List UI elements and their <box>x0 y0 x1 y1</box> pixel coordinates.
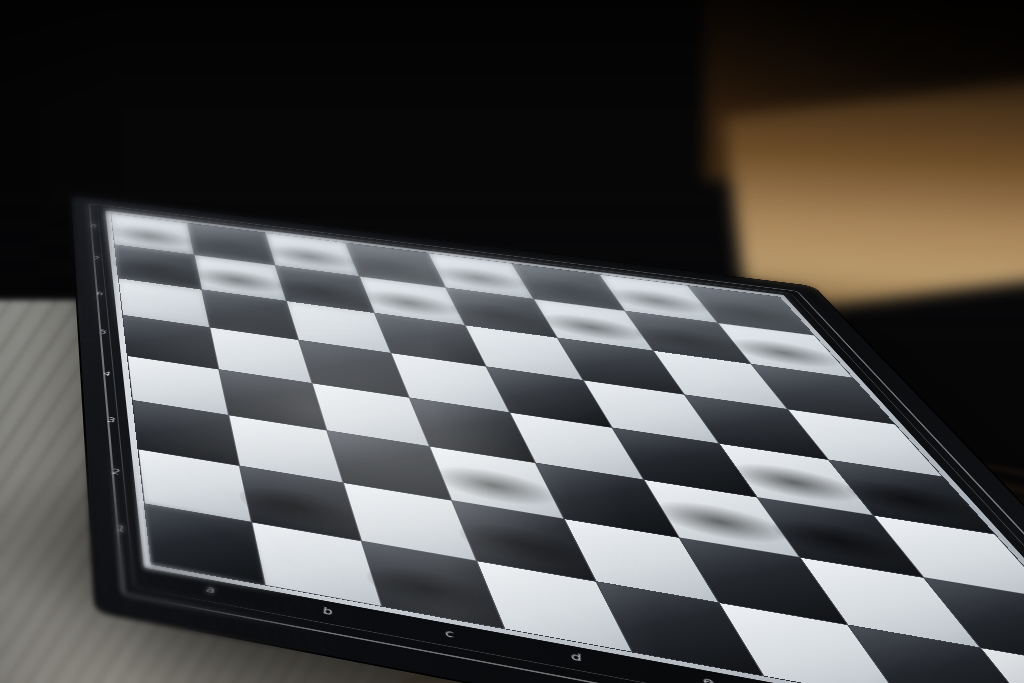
gold-pawn-icon: ♟ <box>229 195 330 305</box>
gold-pawn-icon: ♟ <box>316 206 418 318</box>
silver-rook-icon: ♜ <box>272 428 442 614</box>
chess-photo-scene: ♜♞♝♛♚♝♞♜♟♟♟♟♟♟♟♟♟♛♟♝♚♟♞♜ abcdefgh 123456… <box>0 0 1024 683</box>
squares-grid: ♜♞♝♛♚♝♞♜♟♟♟♟♟♟♟♟♟♛♟♝♚♟♞♜ <box>110 213 1024 683</box>
gold-pawn-icon: ♟ <box>406 216 510 329</box>
rank-label-2: 2 <box>100 443 129 501</box>
rank-label-4: 4 <box>93 351 119 398</box>
gold-pawn-icon: ♟ <box>498 227 603 342</box>
board-scene: ♜♞♝♛♚♝♞♜♟♟♟♟♟♟♟♟♟♛♟♝♚♟♞♜ abcdefgh 123456… <box>0 0 1024 683</box>
rank-label-3: 3 <box>97 394 125 446</box>
rank-label-1: 1 <box>105 497 136 562</box>
chess-board: ♜♞♝♛♚♝♞♜♟♟♟♟♟♟♟♟♟♛♟♝♚♟♞♜ abcdefgh 123456… <box>71 196 1024 683</box>
rank-label-5: 5 <box>90 311 115 354</box>
silver-king-icon: ♚ <box>653 339 859 564</box>
